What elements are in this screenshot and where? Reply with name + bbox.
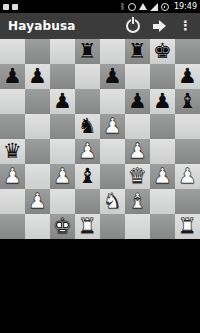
square-d8[interactable]: ♜ xyxy=(75,39,100,64)
alarm-clock-icon xyxy=(128,3,136,11)
square-a8[interactable] xyxy=(0,39,25,64)
square-b2[interactable]: ♟ xyxy=(25,189,50,214)
square-g3[interactable]: ♟ xyxy=(150,164,175,189)
forward-arrow-icon[interactable] xyxy=(153,20,166,32)
square-a2[interactable] xyxy=(0,189,25,214)
square-b5[interactable] xyxy=(25,114,50,139)
piece-white-pawn[interactable]: ♟ xyxy=(78,139,97,164)
square-f7[interactable] xyxy=(125,64,150,89)
piece-black-king[interactable]: ♚ xyxy=(153,39,172,64)
square-d3[interactable]: ♝ xyxy=(75,164,100,189)
piece-white-pawn[interactable]: ♟ xyxy=(103,114,122,139)
square-e1[interactable] xyxy=(100,214,125,239)
piece-black-pawn[interactable]: ♟ xyxy=(103,64,122,89)
data-usage-clock-icon xyxy=(161,3,169,11)
app-bar: Hayabusa ⋮ xyxy=(0,13,200,39)
square-b4[interactable] xyxy=(25,139,50,164)
square-g1[interactable] xyxy=(150,214,175,239)
notification-icon xyxy=(3,4,9,10)
square-c5[interactable] xyxy=(50,114,75,139)
piece-black-rook[interactable]: ♜ xyxy=(128,39,147,64)
piece-black-queen[interactable]: ♛ xyxy=(3,139,22,164)
piece-white-king[interactable]: ♚ xyxy=(53,214,72,239)
square-h8[interactable] xyxy=(175,39,200,64)
square-d1[interactable]: ♜ xyxy=(75,214,100,239)
square-e5[interactable]: ♟ xyxy=(100,114,125,139)
square-a3[interactable]: ♟ xyxy=(0,164,25,189)
square-c1[interactable]: ♚ xyxy=(50,214,75,239)
square-g8[interactable]: ♚ xyxy=(150,39,175,64)
square-f5[interactable] xyxy=(125,114,150,139)
square-a6[interactable] xyxy=(0,89,25,114)
piece-white-pawn[interactable]: ♟ xyxy=(3,164,22,189)
square-g4[interactable] xyxy=(150,139,175,164)
piece-white-queen[interactable]: ♛ xyxy=(128,164,147,189)
piece-black-pawn[interactable]: ♟ xyxy=(153,89,172,114)
square-e6[interactable] xyxy=(100,89,125,114)
square-a4[interactable]: ♛ xyxy=(0,139,25,164)
square-c8[interactable] xyxy=(50,39,75,64)
square-a1[interactable] xyxy=(0,214,25,239)
status-bar-notifications xyxy=(3,4,18,10)
square-f8[interactable]: ♜ xyxy=(125,39,150,64)
square-f3[interactable]: ♛ xyxy=(125,164,150,189)
piece-white-pawn[interactable]: ♟ xyxy=(178,164,197,189)
piece-white-pawn[interactable]: ♟ xyxy=(53,164,72,189)
square-d6[interactable] xyxy=(75,89,100,114)
square-d5[interactable]: ♞ xyxy=(75,114,100,139)
piece-black-pawn[interactable]: ♟ xyxy=(53,89,72,114)
piece-black-rook[interactable]: ♜ xyxy=(78,39,97,64)
piece-white-bishop[interactable]: ♝ xyxy=(128,189,147,214)
piece-black-pawn[interactable]: ♟ xyxy=(128,89,147,114)
square-c6[interactable]: ♟ xyxy=(50,89,75,114)
square-f4[interactable]: ♟ xyxy=(125,139,150,164)
square-c3[interactable]: ♟ xyxy=(50,164,75,189)
square-h7[interactable]: ♟ xyxy=(175,64,200,89)
square-c2[interactable] xyxy=(50,189,75,214)
square-g7[interactable] xyxy=(150,64,175,89)
app-title: Hayabusa xyxy=(8,19,76,33)
bluetooth-icon: ᛒ xyxy=(120,3,125,11)
piece-white-pawn[interactable]: ♟ xyxy=(153,164,172,189)
square-f6[interactable]: ♟ xyxy=(125,89,150,114)
square-c7[interactable] xyxy=(50,64,75,89)
square-a7[interactable]: ♟ xyxy=(0,64,25,89)
square-d4[interactable]: ♟ xyxy=(75,139,100,164)
status-bar: ᛒ 19:49 xyxy=(0,0,200,13)
piece-white-rook[interactable]: ♜ xyxy=(178,214,197,239)
square-e3[interactable] xyxy=(100,164,125,189)
square-e4[interactable] xyxy=(100,139,125,164)
square-b8[interactable] xyxy=(25,39,50,64)
notification-icon xyxy=(12,4,18,10)
square-b3[interactable] xyxy=(25,164,50,189)
arrow-head xyxy=(159,20,166,32)
piece-black-pawn[interactable]: ♟ xyxy=(3,64,22,89)
piece-black-bishop[interactable]: ♝ xyxy=(78,164,97,189)
square-h1[interactable]: ♜ xyxy=(175,214,200,239)
square-e8[interactable] xyxy=(100,39,125,64)
power-icon[interactable] xyxy=(126,19,140,33)
piece-white-pawn[interactable]: ♟ xyxy=(128,139,147,164)
status-bar-clock: 19:49 xyxy=(174,0,197,13)
square-a5[interactable] xyxy=(0,114,25,139)
square-h3[interactable]: ♟ xyxy=(175,164,200,189)
square-h2[interactable] xyxy=(175,189,200,214)
square-b6[interactable] xyxy=(25,89,50,114)
piece-white-pawn[interactable]: ♟ xyxy=(28,189,47,214)
square-b7[interactable]: ♟ xyxy=(25,64,50,89)
overflow-menu-icon[interactable]: ⋮ xyxy=(179,19,192,33)
wifi-icon xyxy=(139,3,147,10)
app-bar-actions: ⋮ xyxy=(126,19,192,33)
chess-board[interactable]: ♜♜♚♟♟♟♟♟♟♟♝♞♟♛♟♟♟♟♝♛♟♟♟♞♝♚♜♜ xyxy=(0,39,200,239)
square-g2[interactable] xyxy=(150,189,175,214)
square-b1[interactable] xyxy=(25,214,50,239)
piece-black-pawn[interactable]: ♟ xyxy=(178,64,197,89)
status-bar-system-icons: ᛒ 19:49 xyxy=(120,0,197,13)
piece-white-rook[interactable]: ♜ xyxy=(78,214,97,239)
phone-screen: ᛒ 19:49 Hayabusa ⋮ ♜♜♚♟♟♟♟♟♟♟♝♞♟♛♟♟♟♟♝♛♟… xyxy=(0,0,200,333)
square-f2[interactable]: ♝ xyxy=(125,189,150,214)
square-d7[interactable] xyxy=(75,64,100,89)
square-h6[interactable]: ♝ xyxy=(175,89,200,114)
square-h4[interactable] xyxy=(175,139,200,164)
square-g6[interactable]: ♟ xyxy=(150,89,175,114)
square-e2[interactable]: ♞ xyxy=(100,189,125,214)
piece-white-knight[interactable]: ♞ xyxy=(103,189,122,214)
square-h5[interactable] xyxy=(175,114,200,139)
piece-black-bishop[interactable]: ♝ xyxy=(178,89,197,114)
cellular-signal-icon xyxy=(150,3,158,11)
piece-black-pawn[interactable]: ♟ xyxy=(28,64,47,89)
square-f1[interactable] xyxy=(125,214,150,239)
square-c4[interactable] xyxy=(50,139,75,164)
piece-black-knight[interactable]: ♞ xyxy=(78,114,97,139)
square-d2[interactable] xyxy=(75,189,100,214)
square-e7[interactable]: ♟ xyxy=(100,64,125,89)
square-g5[interactable] xyxy=(150,114,175,139)
bottom-panel xyxy=(0,239,200,333)
